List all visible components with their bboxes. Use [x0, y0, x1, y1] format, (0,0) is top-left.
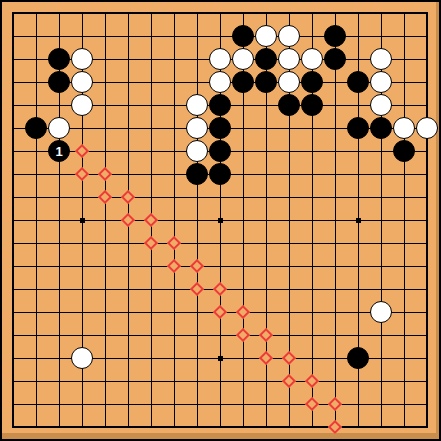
black-stone [278, 94, 300, 116]
grid-line-horizontal [13, 381, 427, 382]
black-stone [347, 347, 369, 369]
black-stone [48, 71, 70, 93]
diamond-icon [190, 259, 204, 273]
diamond-icon [236, 328, 250, 342]
diamond-marker [117, 209, 139, 231]
diamond-marker [163, 232, 185, 254]
diamond-marker [255, 347, 277, 369]
white-stone [71, 48, 93, 70]
white-stone [209, 48, 231, 70]
diamond-marker [117, 186, 139, 208]
black-stone [209, 140, 231, 162]
white-stone [393, 117, 415, 139]
black-stone [209, 94, 231, 116]
white-stone [232, 48, 254, 70]
star-point [356, 218, 361, 223]
diamond-icon [305, 397, 319, 411]
diamond-icon [167, 236, 181, 250]
white-stone [48, 117, 70, 139]
diamond-marker [163, 255, 185, 277]
diamond-icon [144, 213, 158, 227]
white-stone [416, 117, 438, 139]
black-stone [393, 140, 415, 162]
white-stone [278, 48, 300, 70]
diamond-marker [186, 255, 208, 277]
diamond-marker [71, 140, 93, 162]
diamond-icon [213, 282, 227, 296]
diamond-marker [232, 301, 254, 323]
diamond-marker [324, 416, 346, 438]
grid-line-horizontal [13, 404, 427, 405]
white-stone [71, 347, 93, 369]
white-stone [278, 71, 300, 93]
diamond-icon [328, 420, 342, 434]
diamond-marker [209, 278, 231, 300]
go-board: 1 [0, 0, 441, 441]
black-stone [301, 71, 323, 93]
grid-line-horizontal [13, 243, 427, 244]
diamond-icon [121, 190, 135, 204]
white-stone [301, 48, 323, 70]
white-stone [370, 48, 392, 70]
diamond-icon [75, 167, 89, 181]
diamond-icon [259, 351, 273, 365]
diamond-icon [328, 397, 342, 411]
white-stone [186, 94, 208, 116]
black-stone [25, 117, 47, 139]
black-stone [255, 48, 277, 70]
white-stone [370, 71, 392, 93]
diamond-icon [259, 328, 273, 342]
diamond-icon [98, 167, 112, 181]
black-stone [186, 163, 208, 185]
diamond-icon [121, 213, 135, 227]
diamond-icon [75, 144, 89, 158]
move-number-label: 1 [55, 145, 62, 158]
grid-line-horizontal [13, 335, 427, 336]
black-stone [209, 163, 231, 185]
black-stone [324, 48, 346, 70]
grid-line-vertical [404, 13, 405, 427]
diamond-marker [140, 232, 162, 254]
diamond-icon [167, 259, 181, 273]
white-stone [71, 94, 93, 116]
diamond-marker [186, 278, 208, 300]
diamond-marker [140, 209, 162, 231]
diamond-icon [236, 305, 250, 319]
black-stone [48, 48, 70, 70]
diamond-marker [278, 370, 300, 392]
diamond-icon [282, 374, 296, 388]
diamond-marker [209, 301, 231, 323]
black-stone [301, 94, 323, 116]
white-stone [370, 94, 392, 116]
white-stone [278, 25, 300, 47]
star-point [218, 356, 223, 361]
grid-line-vertical [335, 13, 336, 427]
white-stone [370, 301, 392, 323]
diamond-marker [301, 370, 323, 392]
diamond-marker [94, 163, 116, 185]
black-stone [370, 117, 392, 139]
diamond-icon [282, 351, 296, 365]
diamond-icon [305, 374, 319, 388]
star-point [80, 218, 85, 223]
diamond-marker [255, 324, 277, 346]
black-stone [347, 71, 369, 93]
white-stone [209, 71, 231, 93]
black-stone [209, 117, 231, 139]
diamond-marker [278, 347, 300, 369]
black-stone [324, 25, 346, 47]
white-stone [186, 140, 208, 162]
diamond-icon [98, 190, 112, 204]
star-point [218, 218, 223, 223]
white-stone [186, 117, 208, 139]
diamond-marker [71, 163, 93, 185]
white-stone [71, 71, 93, 93]
grid-line-horizontal [13, 266, 427, 267]
diamond-icon [213, 305, 227, 319]
move-1-stone: 1 [48, 140, 70, 162]
diamond-marker [301, 393, 323, 415]
diamond-marker [232, 324, 254, 346]
diamond-icon [190, 282, 204, 296]
black-stone [347, 117, 369, 139]
black-stone [232, 25, 254, 47]
diamond-icon [144, 236, 158, 250]
black-stone [255, 71, 277, 93]
diamond-marker [324, 393, 346, 415]
white-stone [255, 25, 277, 47]
black-stone [232, 71, 254, 93]
diamond-marker [94, 186, 116, 208]
